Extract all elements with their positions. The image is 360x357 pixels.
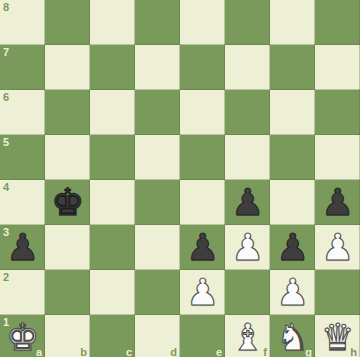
square-a6[interactable]: 6 [0, 90, 45, 135]
rank-label-8: 8 [3, 2, 9, 13]
square-a4[interactable]: 4 [0, 180, 45, 225]
square-e1[interactable]: e [180, 315, 225, 357]
piece-white-king-a1[interactable]: ♚ [0, 315, 45, 357]
piece-black-king-b4[interactable]: ♚ [45, 180, 90, 225]
piece-white-pawn-f3[interactable]: ♟ [225, 225, 270, 270]
square-h4[interactable]: ♟ [315, 180, 360, 225]
square-d2[interactable] [135, 270, 180, 315]
file-label-b: b [80, 347, 87, 357]
rank-label-6: 6 [3, 92, 9, 103]
square-g8[interactable] [270, 0, 315, 45]
square-a8[interactable]: 8 [0, 0, 45, 45]
square-f5[interactable] [225, 135, 270, 180]
square-g6[interactable] [270, 90, 315, 135]
square-d1[interactable]: d [135, 315, 180, 357]
rank-label-4: 4 [3, 182, 9, 193]
square-c5[interactable] [90, 135, 135, 180]
square-b8[interactable] [45, 0, 90, 45]
square-b4[interactable]: ♚ [45, 180, 90, 225]
square-g1[interactable]: g♞ [270, 315, 315, 357]
square-g3[interactable]: ♟ [270, 225, 315, 270]
square-b5[interactable] [45, 135, 90, 180]
square-e5[interactable] [180, 135, 225, 180]
square-f3[interactable]: ♟ [225, 225, 270, 270]
square-h2[interactable] [315, 270, 360, 315]
square-b7[interactable] [45, 45, 90, 90]
square-d4[interactable] [135, 180, 180, 225]
square-d6[interactable] [135, 90, 180, 135]
square-e3[interactable]: ♟ [180, 225, 225, 270]
square-g5[interactable] [270, 135, 315, 180]
square-c3[interactable] [90, 225, 135, 270]
square-d5[interactable] [135, 135, 180, 180]
piece-white-queen-h1[interactable]: ♛ [315, 315, 360, 357]
square-d3[interactable] [135, 225, 180, 270]
square-f1[interactable]: f♝ [225, 315, 270, 357]
square-b2[interactable] [45, 270, 90, 315]
square-f6[interactable] [225, 90, 270, 135]
square-g4[interactable] [270, 180, 315, 225]
square-c8[interactable] [90, 0, 135, 45]
rank-label-5: 5 [3, 137, 9, 148]
square-c7[interactable] [90, 45, 135, 90]
square-f7[interactable] [225, 45, 270, 90]
square-a2[interactable]: 2 [0, 270, 45, 315]
file-label-c: c [126, 347, 132, 357]
chess-board: 87654♚♟♟3♟♟♟♟♟2♟♟1a♚bcdef♝g♞h♛ [0, 0, 360, 357]
square-d7[interactable] [135, 45, 180, 90]
square-c1[interactable]: c [90, 315, 135, 357]
square-h6[interactable] [315, 90, 360, 135]
square-h1[interactable]: h♛ [315, 315, 360, 357]
piece-black-pawn-a3[interactable]: ♟ [0, 225, 45, 270]
piece-black-pawn-h4[interactable]: ♟ [315, 180, 360, 225]
piece-white-bishop-f1[interactable]: ♝ [225, 315, 270, 357]
square-a3[interactable]: 3♟ [0, 225, 45, 270]
file-label-e: e [216, 347, 222, 357]
rank-label-7: 7 [3, 47, 9, 58]
square-b6[interactable] [45, 90, 90, 135]
square-e4[interactable] [180, 180, 225, 225]
piece-white-pawn-g2[interactable]: ♟ [270, 270, 315, 315]
rank-label-2: 2 [3, 272, 9, 283]
square-f4[interactable]: ♟ [225, 180, 270, 225]
square-c4[interactable] [90, 180, 135, 225]
piece-white-pawn-h3[interactable]: ♟ [315, 225, 360, 270]
square-e8[interactable] [180, 0, 225, 45]
square-a7[interactable]: 7 [0, 45, 45, 90]
square-e7[interactable] [180, 45, 225, 90]
square-b3[interactable] [45, 225, 90, 270]
square-h5[interactable] [315, 135, 360, 180]
piece-white-pawn-e2[interactable]: ♟ [180, 270, 225, 315]
piece-black-pawn-g3[interactable]: ♟ [270, 225, 315, 270]
board-grid: 87654♚♟♟3♟♟♟♟♟2♟♟1a♚bcdef♝g♞h♛ [0, 0, 360, 357]
square-e6[interactable] [180, 90, 225, 135]
piece-black-pawn-e3[interactable]: ♟ [180, 225, 225, 270]
square-f8[interactable] [225, 0, 270, 45]
square-a5[interactable]: 5 [0, 135, 45, 180]
square-b1[interactable]: b [45, 315, 90, 357]
square-f2[interactable] [225, 270, 270, 315]
piece-black-pawn-f4[interactable]: ♟ [225, 180, 270, 225]
square-h3[interactable]: ♟ [315, 225, 360, 270]
file-label-d: d [170, 347, 177, 357]
square-e2[interactable]: ♟ [180, 270, 225, 315]
square-a1[interactable]: 1a♚ [0, 315, 45, 357]
square-g2[interactable]: ♟ [270, 270, 315, 315]
square-c2[interactable] [90, 270, 135, 315]
square-d8[interactable] [135, 0, 180, 45]
piece-white-knight-g1[interactable]: ♞ [270, 315, 315, 357]
square-h8[interactable] [315, 0, 360, 45]
square-g7[interactable] [270, 45, 315, 90]
square-h7[interactable] [315, 45, 360, 90]
square-c6[interactable] [90, 90, 135, 135]
